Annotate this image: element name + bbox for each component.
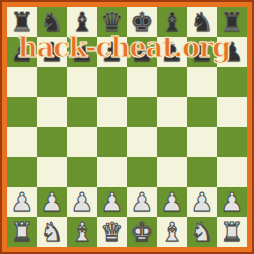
square-a8[interactable]: ♜	[7, 7, 37, 37]
square-b7[interactable]: ♟	[37, 37, 67, 67]
piece-black-pawn[interactable]: ♟	[157, 37, 187, 67]
piece-white-pawn[interactable]: ♟	[217, 187, 247, 217]
piece-white-pawn[interactable]: ♟	[127, 187, 157, 217]
square-g1[interactable]: ♞	[187, 217, 217, 247]
square-b6[interactable]	[37, 67, 67, 97]
square-d1[interactable]: ♛	[97, 217, 127, 247]
square-h1[interactable]: ♜	[217, 217, 247, 247]
square-h5[interactable]	[217, 97, 247, 127]
square-b1[interactable]: ♞	[37, 217, 67, 247]
square-d2[interactable]: ♟	[97, 187, 127, 217]
square-f1[interactable]: ♝	[157, 217, 187, 247]
piece-white-pawn[interactable]: ♟	[97, 187, 127, 217]
square-d7[interactable]: ♟	[97, 37, 127, 67]
piece-black-queen[interactable]: ♛	[97, 7, 127, 37]
piece-black-bishop[interactable]: ♝	[67, 7, 97, 37]
square-a7[interactable]: ♟	[7, 37, 37, 67]
square-c8[interactable]: ♝	[67, 7, 97, 37]
square-f5[interactable]	[157, 97, 187, 127]
square-h7[interactable]: ♟	[217, 37, 247, 67]
piece-white-bishop[interactable]: ♝	[157, 217, 187, 247]
square-a3[interactable]	[7, 157, 37, 187]
square-g2[interactable]: ♟	[187, 187, 217, 217]
square-g4[interactable]	[187, 127, 217, 157]
piece-black-knight[interactable]: ♞	[187, 7, 217, 37]
piece-black-king[interactable]: ♚	[127, 7, 157, 37]
piece-black-pawn[interactable]: ♟	[187, 37, 217, 67]
square-c7[interactable]: ♟	[67, 37, 97, 67]
piece-white-queen[interactable]: ♛	[97, 217, 127, 247]
piece-black-pawn[interactable]: ♟	[97, 37, 127, 67]
piece-white-bishop[interactable]: ♝	[67, 217, 97, 247]
square-c1[interactable]: ♝	[67, 217, 97, 247]
piece-black-pawn[interactable]: ♟	[37, 37, 67, 67]
piece-white-rook[interactable]: ♜	[7, 217, 37, 247]
piece-white-pawn[interactable]: ♟	[37, 187, 67, 217]
square-f8[interactable]: ♝	[157, 7, 187, 37]
square-b3[interactable]	[37, 157, 67, 187]
piece-white-knight[interactable]: ♞	[37, 217, 67, 247]
square-b5[interactable]	[37, 97, 67, 127]
chess-board: ♜♞♝♛♚♝♞♜♟♟♟♟♟♟♟♟♟♟♟♟♟♟♟♟♜♞♝♛♚♝♞♜	[7, 7, 247, 247]
square-d4[interactable]	[97, 127, 127, 157]
piece-white-king[interactable]: ♚	[127, 217, 157, 247]
square-h6[interactable]	[217, 67, 247, 97]
piece-black-pawn[interactable]: ♟	[217, 37, 247, 67]
square-f3[interactable]	[157, 157, 187, 187]
square-e6[interactable]	[127, 67, 157, 97]
piece-black-pawn[interactable]: ♟	[67, 37, 97, 67]
square-h2[interactable]: ♟	[217, 187, 247, 217]
square-f2[interactable]: ♟	[157, 187, 187, 217]
chess-board-frame: ♜♞♝♛♚♝♞♜♟♟♟♟♟♟♟♟♟♟♟♟♟♟♟♟♜♞♝♛♚♝♞♜ hack-ch…	[0, 0, 254, 254]
piece-black-knight[interactable]: ♞	[37, 7, 67, 37]
square-c2[interactable]: ♟	[67, 187, 97, 217]
square-e4[interactable]	[127, 127, 157, 157]
piece-black-pawn[interactable]: ♟	[127, 37, 157, 67]
square-a1[interactable]: ♜	[7, 217, 37, 247]
piece-black-rook[interactable]: ♜	[7, 7, 37, 37]
square-c4[interactable]	[67, 127, 97, 157]
square-c3[interactable]	[67, 157, 97, 187]
square-h4[interactable]	[217, 127, 247, 157]
piece-black-bishop[interactable]: ♝	[157, 7, 187, 37]
piece-white-pawn[interactable]: ♟	[67, 187, 97, 217]
square-a5[interactable]	[7, 97, 37, 127]
square-e1[interactable]: ♚	[127, 217, 157, 247]
piece-white-pawn[interactable]: ♟	[187, 187, 217, 217]
square-f7[interactable]: ♟	[157, 37, 187, 67]
piece-black-rook[interactable]: ♜	[217, 7, 247, 37]
square-e2[interactable]: ♟	[127, 187, 157, 217]
piece-white-rook[interactable]: ♜	[217, 217, 247, 247]
square-d6[interactable]	[97, 67, 127, 97]
square-f4[interactable]	[157, 127, 187, 157]
square-d8[interactable]: ♛	[97, 7, 127, 37]
square-c6[interactable]	[67, 67, 97, 97]
square-e3[interactable]	[127, 157, 157, 187]
piece-white-pawn[interactable]: ♟	[157, 187, 187, 217]
square-g3[interactable]	[187, 157, 217, 187]
square-d5[interactable]	[97, 97, 127, 127]
square-c5[interactable]	[67, 97, 97, 127]
piece-black-pawn[interactable]: ♟	[7, 37, 37, 67]
square-b8[interactable]: ♞	[37, 7, 67, 37]
square-e7[interactable]: ♟	[127, 37, 157, 67]
square-b4[interactable]	[37, 127, 67, 157]
square-g6[interactable]	[187, 67, 217, 97]
square-a4[interactable]	[7, 127, 37, 157]
square-g5[interactable]	[187, 97, 217, 127]
square-h8[interactable]: ♜	[217, 7, 247, 37]
square-e8[interactable]: ♚	[127, 7, 157, 37]
piece-white-pawn[interactable]: ♟	[7, 187, 37, 217]
square-e5[interactable]	[127, 97, 157, 127]
square-f6[interactable]	[157, 67, 187, 97]
square-g7[interactable]: ♟	[187, 37, 217, 67]
square-b2[interactable]: ♟	[37, 187, 67, 217]
piece-white-knight[interactable]: ♞	[187, 217, 217, 247]
square-d3[interactable]	[97, 157, 127, 187]
square-g8[interactable]: ♞	[187, 7, 217, 37]
square-a2[interactable]: ♟	[7, 187, 37, 217]
square-h3[interactable]	[217, 157, 247, 187]
square-a6[interactable]	[7, 67, 37, 97]
